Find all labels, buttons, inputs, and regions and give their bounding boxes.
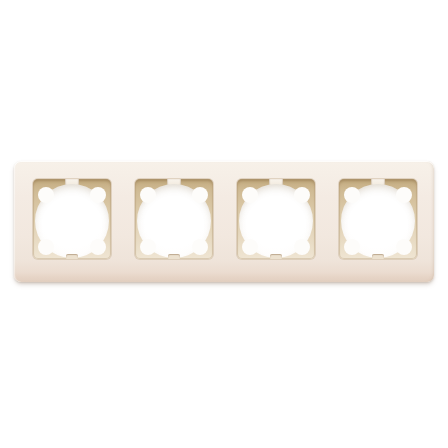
circular-cutout — [239, 184, 313, 258]
circular-cutout — [137, 184, 211, 258]
scallop-lobe — [140, 187, 156, 203]
scallop-lobe — [344, 187, 360, 203]
bottom-mounting-notch — [168, 254, 180, 259]
scallop-lobe — [344, 239, 360, 255]
scallop-lobe — [294, 239, 310, 255]
circular-cutout — [35, 184, 109, 258]
frame-opening-1 — [33, 179, 111, 259]
frame-opening-4 — [339, 179, 417, 259]
product-photo-canvas — [0, 0, 448, 448]
scallop-lobe — [90, 187, 106, 203]
frame-opening-3 — [237, 179, 315, 259]
circular-cutout — [341, 184, 415, 258]
scallop-lobe — [242, 239, 258, 255]
wall-plate-frame — [14, 161, 434, 282]
bottom-mounting-notch — [372, 254, 384, 259]
scallop-lobe — [396, 239, 412, 255]
scallop-lobe — [38, 239, 54, 255]
bottom-mounting-notch — [66, 254, 78, 259]
scallop-lobe — [192, 187, 208, 203]
scallop-lobe — [140, 239, 156, 255]
bottom-mounting-notch — [270, 254, 282, 259]
scallop-lobe — [294, 187, 310, 203]
scallop-lobe — [90, 239, 106, 255]
frame-opening-2 — [135, 179, 213, 259]
scallop-lobe — [396, 187, 412, 203]
scallop-lobe — [242, 187, 258, 203]
scallop-lobe — [192, 239, 208, 255]
scallop-lobe — [38, 187, 54, 203]
